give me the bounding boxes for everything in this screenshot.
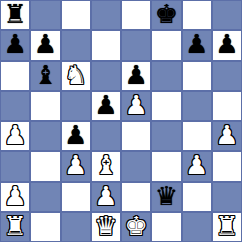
square-b4[interactable]	[30, 121, 60, 151]
piece-black-pawn: ♟	[185, 31, 208, 57]
piece-white-pawn: ♟	[64, 152, 87, 178]
square-f8[interactable]: ♚	[151, 0, 181, 30]
square-a8[interactable]: ♜	[0, 0, 30, 30]
piece-white-bishop: ♝	[94, 152, 117, 178]
square-a3[interactable]	[0, 151, 30, 181]
square-d8[interactable]	[91, 0, 121, 30]
square-d1[interactable]: ♛	[91, 212, 121, 242]
square-b7[interactable]: ♟	[30, 30, 60, 60]
square-g6[interactable]	[182, 61, 212, 91]
square-h6[interactable]	[212, 61, 242, 91]
square-b5[interactable]	[30, 91, 60, 121]
square-f1[interactable]	[151, 212, 181, 242]
piece-white-pawn: ♟	[185, 152, 208, 178]
piece-white-pawn: ♟	[3, 183, 26, 209]
piece-black-pawn: ♟	[94, 92, 117, 118]
square-a6[interactable]	[0, 61, 30, 91]
piece-black-pawn: ♟	[34, 31, 57, 57]
square-g5[interactable]	[182, 91, 212, 121]
piece-white-pawn: ♟	[94, 183, 117, 209]
square-c7[interactable]	[61, 30, 91, 60]
square-e1[interactable]: ♚	[121, 212, 151, 242]
piece-white-pawn: ♟	[3, 122, 26, 148]
square-c4[interactable]: ♟	[61, 121, 91, 151]
square-c6[interactable]: ♞	[61, 61, 91, 91]
square-d7[interactable]	[91, 30, 121, 60]
square-c5[interactable]	[61, 91, 91, 121]
chess-board: ♜♚♟♟♟♟♝♞♟♟♟♟♟♟♟♝♟♟♟♛♜♛♚♜	[0, 0, 242, 242]
square-b1[interactable]	[30, 212, 60, 242]
piece-white-rook: ♜	[215, 213, 238, 239]
square-f7[interactable]	[151, 30, 181, 60]
square-e7[interactable]	[121, 30, 151, 60]
square-d6[interactable]	[91, 61, 121, 91]
piece-white-rook: ♜	[3, 213, 26, 239]
square-c3[interactable]: ♟	[61, 151, 91, 181]
square-g1[interactable]	[182, 212, 212, 242]
square-g4[interactable]	[182, 121, 212, 151]
square-d2[interactable]: ♟	[91, 182, 121, 212]
square-e2[interactable]	[121, 182, 151, 212]
piece-black-pawn: ♟	[64, 122, 87, 148]
piece-black-king: ♚	[155, 1, 178, 27]
square-c1[interactable]	[61, 212, 91, 242]
square-g8[interactable]	[182, 0, 212, 30]
square-d4[interactable]	[91, 121, 121, 151]
square-a7[interactable]: ♟	[0, 30, 30, 60]
square-g7[interactable]: ♟	[182, 30, 212, 60]
piece-black-pawn: ♟	[3, 31, 26, 57]
square-f6[interactable]	[151, 61, 181, 91]
square-c8[interactable]	[61, 0, 91, 30]
piece-black-rook: ♜	[3, 1, 26, 27]
square-a1[interactable]: ♜	[0, 212, 30, 242]
piece-black-pawn: ♟	[124, 62, 147, 88]
square-e6[interactable]: ♟	[121, 61, 151, 91]
square-h3[interactable]	[212, 151, 242, 181]
square-h1[interactable]: ♜	[212, 212, 242, 242]
square-h7[interactable]: ♟	[212, 30, 242, 60]
piece-white-queen: ♛	[94, 213, 117, 239]
square-g2[interactable]	[182, 182, 212, 212]
piece-white-pawn: ♟	[215, 122, 238, 148]
square-f3[interactable]	[151, 151, 181, 181]
square-d3[interactable]: ♝	[91, 151, 121, 181]
square-b6[interactable]: ♝	[30, 61, 60, 91]
square-e8[interactable]	[121, 0, 151, 30]
piece-black-pawn: ♟	[215, 31, 238, 57]
square-h5[interactable]	[212, 91, 242, 121]
square-g3[interactable]: ♟	[182, 151, 212, 181]
square-b8[interactable]	[30, 0, 60, 30]
square-b3[interactable]	[30, 151, 60, 181]
piece-black-bishop: ♝	[34, 62, 57, 88]
square-a4[interactable]: ♟	[0, 121, 30, 151]
piece-black-queen: ♛	[155, 183, 178, 209]
piece-white-pawn: ♟	[124, 92, 147, 118]
square-f2[interactable]: ♛	[151, 182, 181, 212]
square-a2[interactable]: ♟	[0, 182, 30, 212]
square-f5[interactable]	[151, 91, 181, 121]
square-b2[interactable]	[30, 182, 60, 212]
square-e5[interactable]: ♟	[121, 91, 151, 121]
square-e3[interactable]	[121, 151, 151, 181]
square-h4[interactable]: ♟	[212, 121, 242, 151]
square-f4[interactable]	[151, 121, 181, 151]
square-a5[interactable]	[0, 91, 30, 121]
piece-white-king: ♚	[124, 213, 147, 239]
square-h8[interactable]	[212, 0, 242, 30]
piece-white-knight: ♞	[64, 62, 87, 88]
square-d5[interactable]: ♟	[91, 91, 121, 121]
square-e4[interactable]	[121, 121, 151, 151]
square-h2[interactable]	[212, 182, 242, 212]
square-c2[interactable]	[61, 182, 91, 212]
